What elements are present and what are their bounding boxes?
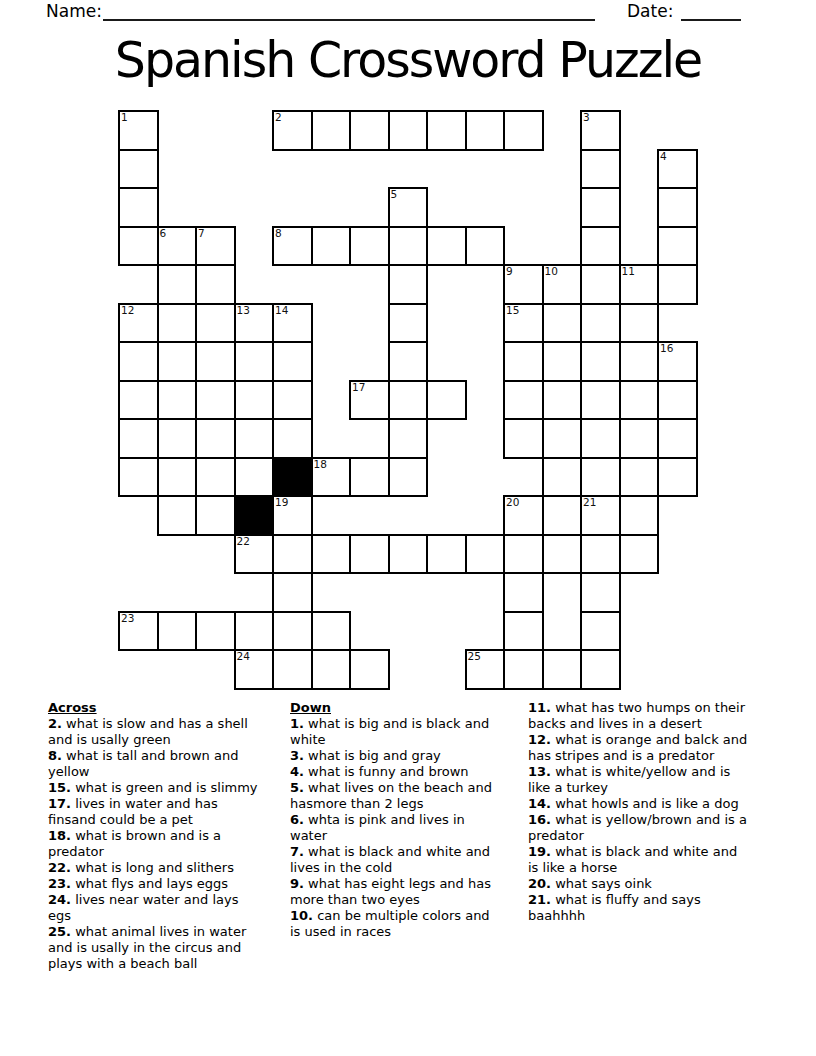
grid-cell[interactable]: 20 — [504, 496, 543, 535]
clue-item: 7. what is black and white and lives in … — [290, 844, 503, 876]
grid-cell[interactable] — [658, 419, 697, 458]
grid-cell[interactable] — [504, 573, 543, 612]
grid-cell[interactable]: 6 — [158, 227, 197, 266]
grid-cell[interactable] — [620, 535, 659, 574]
clue-number: 2. — [48, 716, 62, 731]
grid-cell[interactable] — [158, 419, 197, 458]
clue-item: 25. what animal lives in water and is us… — [48, 924, 265, 972]
grid-cell[interactable] — [158, 265, 197, 304]
down-heading: Down — [290, 700, 503, 716]
grid-cell[interactable] — [581, 612, 620, 651]
clue-number: 16. — [528, 812, 551, 827]
cell-number: 25 — [468, 650, 481, 662]
cell-number: 15 — [506, 304, 519, 316]
clue-number: 25. — [48, 924, 71, 939]
grid-cell[interactable] — [427, 381, 466, 420]
clue-number: 17. — [48, 796, 71, 811]
grid-cell[interactable] — [196, 381, 235, 420]
grid-cell[interactable] — [273, 535, 312, 574]
cell-number: 20 — [506, 496, 519, 508]
grid-cell[interactable] — [581, 188, 620, 227]
cell-number: 7 — [198, 227, 205, 239]
grid-cell[interactable] — [620, 458, 659, 497]
grid-cell[interactable] — [543, 535, 582, 574]
clue-item: 5. what lives on the beach and hasmore t… — [290, 780, 503, 812]
grid-cell[interactable] — [158, 381, 197, 420]
clue-item: 22. what is long and slithers — [48, 860, 265, 876]
grid-cell[interactable] — [427, 227, 466, 266]
grid-cell[interactable] — [119, 227, 158, 266]
grid-cell[interactable] — [235, 342, 274, 381]
grid-cell[interactable] — [543, 342, 582, 381]
grid-cell[interactable] — [427, 111, 466, 150]
grid-cell[interactable]: 2 — [273, 111, 312, 150]
grid-cell[interactable]: 21 — [581, 496, 620, 535]
clue-number: 20. — [528, 876, 551, 891]
grid-cell[interactable] — [581, 150, 620, 189]
clue-number: 14. — [528, 796, 551, 811]
grid-cell[interactable]: 22 — [235, 535, 274, 574]
clue-number: 5. — [290, 780, 304, 795]
grid-cell[interactable]: 14 — [273, 304, 312, 343]
clues-down-column-2: 11. what has two humps on their backs an… — [528, 700, 748, 924]
grid-cell[interactable] — [504, 535, 543, 574]
clue-number: 3. — [290, 748, 304, 763]
across-heading: Across — [48, 700, 265, 716]
cell-number: 2 — [275, 111, 282, 123]
grid-cell[interactable] — [273, 419, 312, 458]
grid-cell[interactable] — [581, 650, 620, 689]
cell-number: 11 — [622, 265, 635, 277]
date-label: Date: — [627, 1, 673, 21]
grid-cell[interactable]: 19 — [273, 496, 312, 535]
clue-item: 17. lives in water and has finsand could… — [48, 796, 265, 828]
clue-item: 13. what is white/yellow and is like a t… — [528, 764, 748, 796]
cell-number: 5 — [391, 188, 398, 200]
clue-number: 23. — [48, 876, 71, 891]
grid-cell[interactable] — [196, 304, 235, 343]
grid-cell[interactable] — [543, 304, 582, 343]
clue-item: 3. what is big and gray — [290, 748, 503, 764]
grid-cell[interactable] — [235, 419, 274, 458]
grid-cell[interactable] — [504, 419, 543, 458]
grid-cell[interactable] — [658, 227, 697, 266]
grid-cell[interactable] — [658, 265, 697, 304]
grid-cell[interactable] — [196, 342, 235, 381]
clue-item: 19. what is black and white and is like … — [528, 844, 748, 876]
grid-cell[interactable]: 4 — [658, 150, 697, 189]
grid-cell[interactable] — [581, 419, 620, 458]
grid-cell[interactable]: 15 — [504, 304, 543, 343]
grid-cell[interactable] — [235, 458, 274, 497]
clue-item: 12. what is orange and balck and has str… — [528, 732, 748, 764]
clue-number: 7. — [290, 844, 304, 859]
grid-cell[interactable] — [158, 612, 197, 651]
grid-cell[interactable] — [350, 535, 389, 574]
clue-number: 13. — [528, 764, 551, 779]
cell-number: 9 — [506, 265, 513, 277]
grid-cell[interactable] — [273, 381, 312, 420]
grid-cell[interactable] — [543, 419, 582, 458]
grid-cell[interactable] — [312, 612, 351, 651]
grid-cell[interactable] — [389, 304, 428, 343]
grid-cell[interactable] — [658, 188, 697, 227]
grid-cell[interactable] — [466, 227, 505, 266]
grid-cell[interactable] — [658, 381, 697, 420]
clue-item: 18. what is brown and is a predator — [48, 828, 265, 860]
grid-cell[interactable] — [158, 496, 197, 535]
cell-number: 24 — [237, 650, 250, 662]
grid-cell[interactable]: 24 — [235, 650, 274, 689]
grid-cell[interactable] — [658, 458, 697, 497]
grid-cell[interactable]: 5 — [389, 188, 428, 227]
clue-number: 24. — [48, 892, 71, 907]
grid-cell[interactable] — [543, 496, 582, 535]
grid-cell[interactable] — [581, 304, 620, 343]
cell-number: 17 — [352, 381, 365, 393]
clue-number: 1. — [290, 716, 304, 731]
grid-cell[interactable] — [581, 573, 620, 612]
black-cell — [273, 458, 312, 497]
clue-item: 4. what is funny and brown — [290, 764, 503, 780]
grid-cell[interactable] — [389, 381, 428, 420]
clues-across-list: 2. what is slow and has a shell and is u… — [48, 716, 265, 972]
grid-cell[interactable]: 16 — [658, 342, 697, 381]
grid-cell[interactable]: 12 — [119, 304, 158, 343]
cell-number: 3 — [583, 111, 590, 123]
date-blank-line[interactable] — [681, 0, 741, 21]
clue-item: 23. what flys and lays eggs — [48, 876, 265, 892]
grid-cell[interactable] — [196, 612, 235, 651]
grid-cell[interactable] — [581, 381, 620, 420]
grid-cell[interactable]: 11 — [620, 265, 659, 304]
grid-cell[interactable] — [620, 381, 659, 420]
clue-item: 9. what has eight legs and has more than… — [290, 876, 503, 908]
clue-item: 24. lives near water and lays egs — [48, 892, 265, 924]
grid-cell[interactable] — [119, 188, 158, 227]
black-cell — [235, 496, 274, 535]
grid-cell[interactable] — [196, 496, 235, 535]
crossword-grid: 1234567891011121314151617181920212223242… — [119, 111, 697, 689]
grid-cell[interactable]: 10 — [543, 265, 582, 304]
grid-cell[interactable] — [620, 304, 659, 343]
grid-cell[interactable]: 7 — [196, 227, 235, 266]
grid-cell[interactable] — [312, 227, 351, 266]
grid-cell[interactable] — [273, 650, 312, 689]
clue-item: 6. whta is pink and lives in water — [290, 812, 503, 844]
cell-number: 16 — [660, 342, 673, 354]
cell-number: 14 — [275, 304, 288, 316]
grid-cell[interactable] — [504, 612, 543, 651]
grid-cell[interactable]: 18 — [312, 458, 351, 497]
grid-cell[interactable] — [466, 535, 505, 574]
cell-number: 8 — [275, 227, 282, 239]
grid-cell[interactable] — [504, 381, 543, 420]
grid-cell[interactable] — [312, 111, 351, 150]
grid-cell[interactable] — [504, 342, 543, 381]
clue-number: 18. — [48, 828, 71, 843]
grid-cell[interactable] — [543, 381, 582, 420]
grid-cell[interactable] — [581, 227, 620, 266]
cell-number: 4 — [660, 150, 667, 162]
grid-cell[interactable]: 3 — [581, 111, 620, 150]
grid-cell[interactable]: 8 — [273, 227, 312, 266]
name-blank-line[interactable] — [103, 0, 595, 21]
clues-down-list-2: 11. what has two humps on their backs an… — [528, 700, 748, 924]
grid-cell[interactable] — [273, 342, 312, 381]
clue-item: 16. what is yellow/brown and is a predat… — [528, 812, 748, 844]
grid-cell[interactable] — [350, 111, 389, 150]
grid-cell[interactable] — [466, 111, 505, 150]
grid-cell[interactable]: 25 — [466, 650, 505, 689]
grid-cell[interactable] — [389, 342, 428, 381]
grid-cell[interactable] — [581, 535, 620, 574]
grid-cell[interactable] — [312, 535, 351, 574]
grid-cell[interactable]: 23 — [119, 612, 158, 651]
clue-number: 9. — [290, 876, 304, 891]
grid-cell[interactable] — [389, 227, 428, 266]
grid-cell[interactable] — [119, 381, 158, 420]
grid-cell[interactable] — [119, 150, 158, 189]
grid-cell[interactable]: 13 — [235, 304, 274, 343]
clue-item: 15. what is green and is slimmy — [48, 780, 265, 796]
clue-item: 8. what is tall and brown and yellow — [48, 748, 265, 780]
clues-across-column: Across 2. what is slow and has a shell a… — [48, 700, 265, 972]
clue-number: 8. — [48, 748, 62, 763]
clue-number: 15. — [48, 780, 71, 795]
grid-cell[interactable] — [620, 496, 659, 535]
grid-cell[interactable] — [389, 111, 428, 150]
cell-number: 12 — [121, 304, 134, 316]
grid-cell[interactable] — [581, 265, 620, 304]
cell-number: 21 — [583, 496, 596, 508]
grid-cell[interactable]: 9 — [504, 265, 543, 304]
grid-cell[interactable] — [119, 458, 158, 497]
grid-cell[interactable] — [273, 612, 312, 651]
grid-cell[interactable] — [389, 265, 428, 304]
clue-item: 21. what is fluffy and says baahhhh — [528, 892, 748, 924]
grid-cell[interactable] — [504, 650, 543, 689]
clue-number: 11. — [528, 700, 551, 715]
grid-cell[interactable] — [196, 265, 235, 304]
grid-cell[interactable] — [427, 535, 466, 574]
clue-item: 1. what is big and is black and white — [290, 716, 503, 748]
grid-cell[interactable] — [620, 419, 659, 458]
clue-number: 22. — [48, 860, 71, 875]
grid-cell[interactable] — [350, 458, 389, 497]
cell-number: 23 — [121, 612, 134, 624]
grid-cell[interactable] — [389, 535, 428, 574]
grid-cell[interactable] — [235, 612, 274, 651]
grid-cell[interactable] — [196, 458, 235, 497]
grid-cell[interactable] — [504, 111, 543, 150]
cell-number: 19 — [275, 496, 288, 508]
grid-cell[interactable] — [158, 342, 197, 381]
clues-down-list-1: 1. what is big and is black and white3. … — [290, 716, 503, 940]
grid-cell[interactable] — [273, 573, 312, 612]
page-title: Spanish Crossword Puzzle — [0, 32, 816, 89]
grid-cell[interactable] — [389, 419, 428, 458]
clue-number: 21. — [528, 892, 551, 907]
cell-number: 22 — [237, 535, 250, 547]
clue-number: 4. — [290, 764, 304, 779]
grid-cell[interactable] — [350, 227, 389, 266]
clues-down-column-1: Down 1. what is big and is black and whi… — [290, 700, 503, 940]
clue-item: 11. what has two humps on their backs an… — [528, 700, 748, 732]
clue-item: 10. can be multiple colors and is used i… — [290, 908, 503, 940]
cell-number: 13 — [237, 304, 250, 316]
name-label: Name: — [46, 1, 102, 21]
clue-number: 19. — [528, 844, 551, 859]
grid-cell[interactable] — [350, 650, 389, 689]
grid-cell[interactable] — [581, 342, 620, 381]
cell-number: 1 — [121, 111, 128, 123]
grid-cell[interactable] — [543, 650, 582, 689]
cell-number: 18 — [314, 458, 327, 470]
worksheet-page: Name: Date: Spanish Crossword Puzzle 123… — [0, 0, 816, 1056]
clue-item: 20. what says oink — [528, 876, 748, 892]
grid-cell[interactable] — [119, 419, 158, 458]
grid-cell[interactable] — [196, 419, 235, 458]
clue-number: 10. — [290, 908, 313, 923]
clue-number: 6. — [290, 812, 304, 827]
grid-cell[interactable] — [389, 458, 428, 497]
cell-number: 6 — [160, 227, 167, 239]
grid-cell[interactable] — [312, 650, 351, 689]
grid-cell[interactable] — [235, 381, 274, 420]
grid-cell[interactable] — [543, 458, 582, 497]
grid-cell[interactable] — [620, 342, 659, 381]
clue-number: 12. — [528, 732, 551, 747]
clue-item: 2. what is slow and has a shell and is u… — [48, 716, 265, 748]
cell-number: 10 — [545, 265, 558, 277]
grid-cell[interactable]: 17 — [350, 381, 389, 420]
grid-cell[interactable] — [158, 304, 197, 343]
grid-cell[interactable]: 1 — [119, 111, 158, 150]
grid-cell[interactable] — [119, 342, 158, 381]
grid-cell[interactable] — [158, 458, 197, 497]
clue-item: 14. what howls and is like a dog — [528, 796, 748, 812]
